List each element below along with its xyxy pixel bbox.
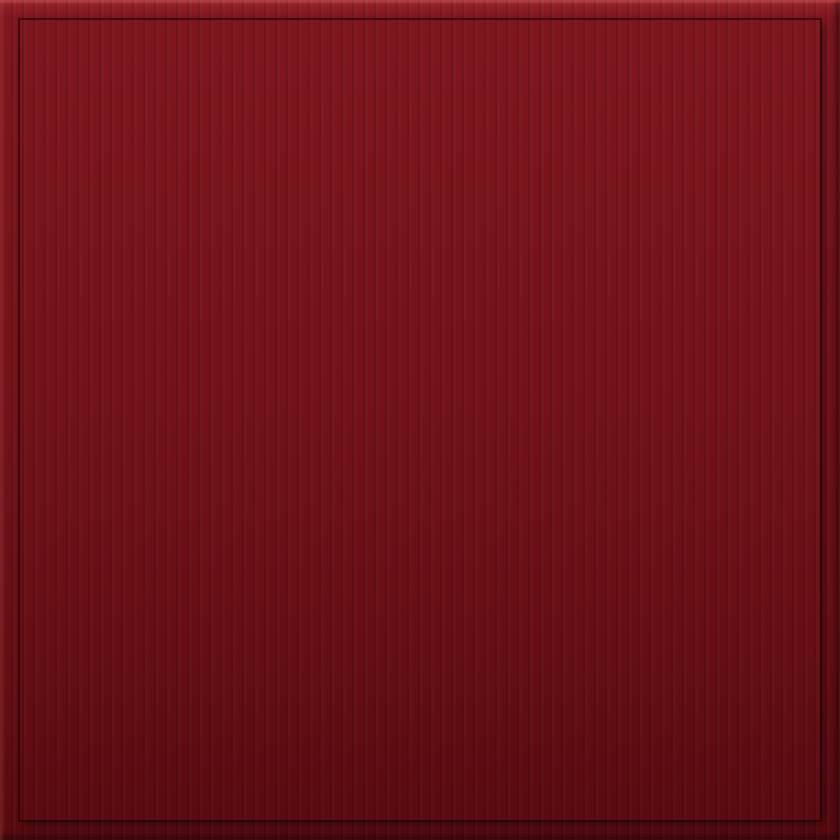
chess-board: [20, 20, 820, 820]
rank-labels: [0, 20, 20, 820]
chess-board-frame: [0, 0, 840, 840]
file-labels: [20, 820, 820, 840]
